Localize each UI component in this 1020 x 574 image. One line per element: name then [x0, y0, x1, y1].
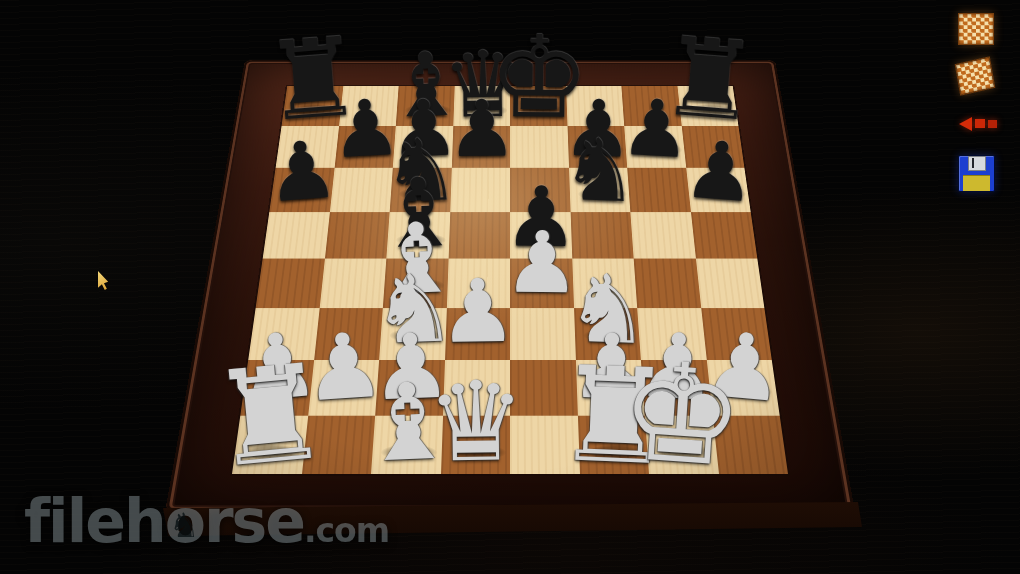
square-g5[interactable]	[630, 212, 695, 259]
floppy-label	[963, 175, 990, 191]
undo-arrow-bar	[988, 120, 997, 128]
piece-black-pawn[interactable]: ♟	[681, 129, 759, 214]
undo-arrow-triangle	[959, 117, 972, 131]
piece-white-king[interactable]: ♚	[616, 341, 748, 486]
undo-arrow-bar	[975, 119, 985, 128]
piece-black-pawn[interactable]: ♟	[263, 129, 341, 214]
undo-move-icon[interactable]	[959, 116, 997, 131]
piece-white-pawn[interactable]: ♟	[439, 268, 518, 356]
floppy-slot	[972, 158, 975, 168]
square-a4[interactable]	[256, 259, 325, 308]
save-game-icon[interactable]	[958, 155, 995, 192]
square-h4[interactable]	[695, 259, 764, 308]
piece-white-queen[interactable]: ♛	[426, 366, 526, 477]
piece-white-rook[interactable]: ♜	[205, 345, 334, 486]
game-viewport: ♜♝♛♚♜♟♟♟♟♟♟♞♞♟♝♟♝♟♞♟♞♟♟♟♟♟♟♜♝♛♜♚ fileho♞…	[0, 0, 1020, 574]
flat-board-icon[interactable]	[958, 13, 994, 45]
floppy-shutter	[968, 156, 986, 171]
